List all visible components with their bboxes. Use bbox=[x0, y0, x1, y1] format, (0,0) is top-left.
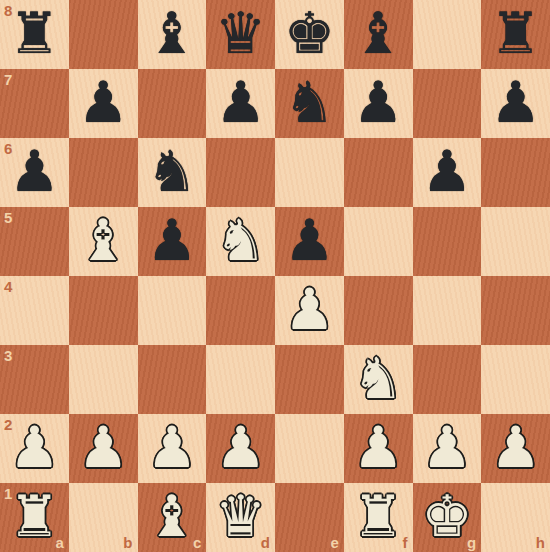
square-c2[interactable]: ♟ bbox=[138, 414, 207, 483]
square-g6[interactable]: ♟ bbox=[413, 138, 482, 207]
white-pawn[interactable]: ♟ bbox=[490, 419, 541, 476]
black-pawn[interactable]: ♟ bbox=[146, 212, 197, 269]
square-a1[interactable]: 1a♜ bbox=[0, 483, 69, 552]
square-h5[interactable] bbox=[481, 207, 550, 276]
black-king[interactable]: ♚ bbox=[284, 5, 335, 62]
square-b6[interactable] bbox=[69, 138, 138, 207]
black-pawn[interactable]: ♟ bbox=[9, 143, 60, 200]
square-g7[interactable] bbox=[413, 69, 482, 138]
square-e6[interactable] bbox=[275, 138, 344, 207]
white-rook[interactable]: ♜ bbox=[353, 488, 404, 545]
square-h4[interactable] bbox=[481, 276, 550, 345]
square-a7[interactable]: 7 bbox=[0, 69, 69, 138]
white-pawn[interactable]: ♟ bbox=[215, 419, 266, 476]
square-e8[interactable]: ♚ bbox=[275, 0, 344, 69]
square-d6[interactable] bbox=[206, 138, 275, 207]
black-pawn[interactable]: ♟ bbox=[490, 74, 541, 131]
file-label-a: a bbox=[55, 534, 63, 551]
white-pawn[interactable]: ♟ bbox=[353, 419, 404, 476]
file-label-b: b bbox=[123, 534, 132, 551]
square-d5[interactable]: ♞ bbox=[206, 207, 275, 276]
rank-label-4: 4 bbox=[4, 278, 12, 295]
black-bishop[interactable]: ♝ bbox=[353, 5, 404, 62]
square-g3[interactable] bbox=[413, 345, 482, 414]
white-knight[interactable]: ♞ bbox=[353, 350, 404, 407]
square-f4[interactable] bbox=[344, 276, 413, 345]
square-h6[interactable] bbox=[481, 138, 550, 207]
square-g8[interactable] bbox=[413, 0, 482, 69]
square-g4[interactable] bbox=[413, 276, 482, 345]
rank-label-8: 8 bbox=[4, 2, 12, 19]
file-label-f: f bbox=[403, 534, 408, 551]
square-d7[interactable]: ♟ bbox=[206, 69, 275, 138]
square-h8[interactable]: ♜ bbox=[481, 0, 550, 69]
square-c6[interactable]: ♞ bbox=[138, 138, 207, 207]
square-g2[interactable]: ♟ bbox=[413, 414, 482, 483]
black-pawn[interactable]: ♟ bbox=[78, 74, 129, 131]
square-e2[interactable] bbox=[275, 414, 344, 483]
square-g5[interactable] bbox=[413, 207, 482, 276]
white-knight[interactable]: ♞ bbox=[215, 212, 266, 269]
square-h7[interactable]: ♟ bbox=[481, 69, 550, 138]
square-f2[interactable]: ♟ bbox=[344, 414, 413, 483]
black-pawn[interactable]: ♟ bbox=[284, 212, 335, 269]
square-b8[interactable] bbox=[69, 0, 138, 69]
square-e5[interactable]: ♟ bbox=[275, 207, 344, 276]
black-rook[interactable]: ♜ bbox=[490, 5, 541, 62]
file-label-h: h bbox=[536, 534, 545, 551]
square-f8[interactable]: ♝ bbox=[344, 0, 413, 69]
white-king[interactable]: ♚ bbox=[421, 488, 472, 545]
black-pawn[interactable]: ♟ bbox=[215, 74, 266, 131]
black-pawn[interactable]: ♟ bbox=[421, 143, 472, 200]
rank-label-3: 3 bbox=[4, 347, 12, 364]
black-knight[interactable]: ♞ bbox=[284, 74, 335, 131]
black-pawn[interactable]: ♟ bbox=[353, 74, 404, 131]
square-c1[interactable]: c♝ bbox=[138, 483, 207, 552]
square-d3[interactable] bbox=[206, 345, 275, 414]
rank-label-5: 5 bbox=[4, 209, 12, 226]
rank-label-6: 6 bbox=[4, 140, 12, 157]
rank-label-7: 7 bbox=[4, 71, 12, 88]
rank-label-2: 2 bbox=[4, 416, 12, 433]
square-f1[interactable]: f♜ bbox=[344, 483, 413, 552]
file-label-c: c bbox=[193, 534, 201, 551]
file-label-d: d bbox=[261, 534, 270, 551]
white-pawn[interactable]: ♟ bbox=[421, 419, 472, 476]
white-rook[interactable]: ♜ bbox=[9, 488, 60, 545]
white-bishop[interactable]: ♝ bbox=[146, 488, 197, 545]
square-f3[interactable]: ♞ bbox=[344, 345, 413, 414]
black-queen[interactable]: ♛ bbox=[215, 5, 266, 62]
square-e7[interactable]: ♞ bbox=[275, 69, 344, 138]
square-e1[interactable]: e bbox=[275, 483, 344, 552]
square-b2[interactable]: ♟ bbox=[69, 414, 138, 483]
square-b7[interactable]: ♟ bbox=[69, 69, 138, 138]
black-rook[interactable]: ♜ bbox=[9, 5, 60, 62]
white-bishop[interactable]: ♝ bbox=[78, 212, 129, 269]
square-e4[interactable]: ♟ bbox=[275, 276, 344, 345]
black-knight[interactable]: ♞ bbox=[146, 143, 197, 200]
square-a4[interactable]: 4 bbox=[0, 276, 69, 345]
square-c5[interactable]: ♟ bbox=[138, 207, 207, 276]
chess-board: 8♜♝♛♚♝♜7♟♟♞♟♟6♟♞♟5♝♟♞♟4♟3♞2♟♟♟♟♟♟♟1a♜bc♝… bbox=[0, 0, 550, 552]
square-e3[interactable] bbox=[275, 345, 344, 414]
square-c8[interactable]: ♝ bbox=[138, 0, 207, 69]
square-h2[interactable]: ♟ bbox=[481, 414, 550, 483]
white-pawn[interactable]: ♟ bbox=[284, 281, 335, 338]
square-a6[interactable]: 6♟ bbox=[0, 138, 69, 207]
square-d2[interactable]: ♟ bbox=[206, 414, 275, 483]
rank-label-1: 1 bbox=[4, 485, 12, 502]
square-c7[interactable] bbox=[138, 69, 207, 138]
white-pawn[interactable]: ♟ bbox=[9, 419, 60, 476]
square-b1[interactable]: b bbox=[69, 483, 138, 552]
square-a2[interactable]: 2♟ bbox=[0, 414, 69, 483]
white-pawn[interactable]: ♟ bbox=[146, 419, 197, 476]
square-d4[interactable] bbox=[206, 276, 275, 345]
square-h3[interactable] bbox=[481, 345, 550, 414]
square-h1[interactable]: h bbox=[481, 483, 550, 552]
square-c3[interactable] bbox=[138, 345, 207, 414]
file-label-e: e bbox=[330, 534, 338, 551]
square-g1[interactable]: g♚ bbox=[413, 483, 482, 552]
white-pawn[interactable]: ♟ bbox=[78, 419, 129, 476]
square-f7[interactable]: ♟ bbox=[344, 69, 413, 138]
square-b3[interactable] bbox=[69, 345, 138, 414]
square-b5[interactable]: ♝ bbox=[69, 207, 138, 276]
square-f6[interactable] bbox=[344, 138, 413, 207]
square-a3[interactable]: 3 bbox=[0, 345, 69, 414]
square-a5[interactable]: 5 bbox=[0, 207, 69, 276]
square-f5[interactable] bbox=[344, 207, 413, 276]
square-d8[interactable]: ♛ bbox=[206, 0, 275, 69]
square-b4[interactable] bbox=[69, 276, 138, 345]
square-a8[interactable]: 8♜ bbox=[0, 0, 69, 69]
square-c4[interactable] bbox=[138, 276, 207, 345]
black-bishop[interactable]: ♝ bbox=[146, 5, 197, 62]
square-d1[interactable]: d♛ bbox=[206, 483, 275, 552]
file-label-g: g bbox=[467, 534, 476, 551]
white-queen[interactable]: ♛ bbox=[215, 488, 266, 545]
